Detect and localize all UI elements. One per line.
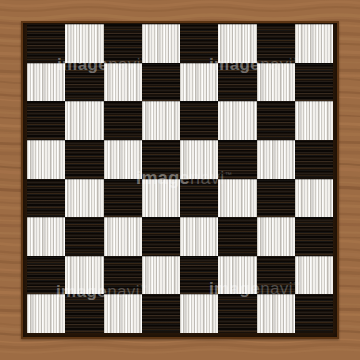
wood-grain-line	[0, 2, 360, 6]
square-c8[interactable]	[104, 24, 142, 63]
square-f5[interactable]	[218, 140, 256, 179]
square-h4[interactable]	[295, 179, 333, 218]
square-f3[interactable]	[218, 217, 256, 256]
square-d6[interactable]	[142, 101, 180, 140]
square-h8[interactable]	[295, 24, 333, 63]
square-b4[interactable]	[65, 179, 103, 218]
square-e5[interactable]	[180, 140, 218, 179]
square-e2[interactable]	[180, 256, 218, 295]
square-a4[interactable]	[27, 179, 65, 218]
square-a7[interactable]	[27, 63, 65, 102]
square-h1[interactable]	[295, 294, 333, 333]
checkerboard	[27, 24, 333, 333]
square-e3[interactable]	[180, 217, 218, 256]
square-e4[interactable]	[180, 179, 218, 218]
square-g8[interactable]	[257, 24, 295, 63]
square-b1[interactable]	[65, 294, 103, 333]
square-b3[interactable]	[65, 217, 103, 256]
wood-grain-line	[0, 7, 360, 11]
square-d4[interactable]	[142, 179, 180, 218]
square-e8[interactable]	[180, 24, 218, 63]
square-b8[interactable]	[65, 24, 103, 63]
square-e1[interactable]	[180, 294, 218, 333]
square-h3[interactable]	[295, 217, 333, 256]
wood-grain-line	[0, 349, 360, 352]
wood-grain-line	[0, 339, 360, 343]
square-g4[interactable]	[257, 179, 295, 218]
square-g6[interactable]	[257, 101, 295, 140]
square-c4[interactable]	[104, 179, 142, 218]
square-f8[interactable]	[218, 24, 256, 63]
square-d2[interactable]	[142, 256, 180, 295]
square-h7[interactable]	[295, 63, 333, 102]
square-b5[interactable]	[65, 140, 103, 179]
square-d7[interactable]	[142, 63, 180, 102]
square-a2[interactable]	[27, 256, 65, 295]
square-c3[interactable]	[104, 217, 142, 256]
square-f7[interactable]	[218, 63, 256, 102]
square-d8[interactable]	[142, 24, 180, 63]
square-f6[interactable]	[218, 101, 256, 140]
square-b6[interactable]	[65, 101, 103, 140]
square-g7[interactable]	[257, 63, 295, 102]
square-f4[interactable]	[218, 179, 256, 218]
square-a6[interactable]	[27, 101, 65, 140]
square-b2[interactable]	[65, 256, 103, 295]
square-d3[interactable]	[142, 217, 180, 256]
square-f2[interactable]	[218, 256, 256, 295]
square-h6[interactable]	[295, 101, 333, 140]
square-g2[interactable]	[257, 256, 295, 295]
square-h5[interactable]	[295, 140, 333, 179]
square-c7[interactable]	[104, 63, 142, 102]
wood-grain-line	[0, 344, 360, 347]
square-c2[interactable]	[104, 256, 142, 295]
square-c1[interactable]	[104, 294, 142, 333]
square-c6[interactable]	[104, 101, 142, 140]
wood-grain-line	[0, 15, 360, 19]
square-d1[interactable]	[142, 294, 180, 333]
square-c5[interactable]	[104, 140, 142, 179]
square-b7[interactable]	[65, 63, 103, 102]
square-h2[interactable]	[295, 256, 333, 295]
square-a5[interactable]	[27, 140, 65, 179]
square-e7[interactable]	[180, 63, 218, 102]
square-g3[interactable]	[257, 217, 295, 256]
board-frame	[21, 21, 339, 339]
square-d5[interactable]	[142, 140, 180, 179]
board-illustration: imagenavi™ imagenavi™ imagenavi™ imagena…	[0, 0, 360, 360]
square-a3[interactable]	[27, 217, 65, 256]
square-f1[interactable]	[218, 294, 256, 333]
square-g1[interactable]	[257, 294, 295, 333]
square-e6[interactable]	[180, 101, 218, 140]
square-a1[interactable]	[27, 294, 65, 333]
square-a8[interactable]	[27, 24, 65, 63]
square-g5[interactable]	[257, 140, 295, 179]
